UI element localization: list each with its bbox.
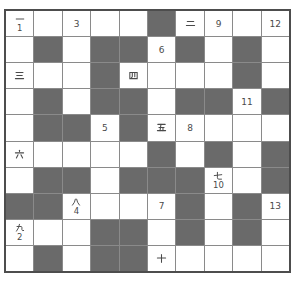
block-cell-r4-c10 bbox=[262, 89, 289, 114]
down-clue-number: 12 bbox=[270, 19, 281, 29]
cell-r4-c1[interactable] bbox=[6, 89, 33, 114]
chinese-numeral-四 bbox=[128, 70, 139, 81]
block-cell-r4-c2 bbox=[34, 89, 61, 114]
block-cell-r2-c9 bbox=[233, 37, 260, 62]
block-cell-r5-c5 bbox=[120, 115, 147, 140]
cell-r9-c8[interactable] bbox=[205, 220, 232, 245]
cell-r5-c1[interactable] bbox=[6, 115, 33, 140]
chinese-numeral-六 bbox=[14, 149, 25, 160]
block-cell-r2-c4 bbox=[91, 37, 118, 62]
down-clue-number: 11 bbox=[241, 97, 252, 107]
cell-r6-c3[interactable] bbox=[63, 142, 90, 167]
puzzle-page: 13912611581047132 bbox=[0, 0, 300, 283]
down-clue-number: 7 bbox=[159, 201, 165, 211]
cell-r7-c1[interactable] bbox=[6, 168, 33, 193]
chinese-numeral-五 bbox=[156, 122, 167, 133]
cell-r2-c1[interactable] bbox=[6, 37, 33, 62]
block-cell-r6-c6 bbox=[148, 142, 175, 167]
down-clue-number: 5 bbox=[102, 123, 108, 133]
cell-r1-c9[interactable] bbox=[233, 11, 260, 36]
block-cell-r9-c9 bbox=[233, 220, 260, 245]
cell-r2-c8[interactable] bbox=[205, 37, 232, 62]
cell-r6-c1[interactable] bbox=[6, 142, 33, 167]
cell-r2-c10[interactable] bbox=[262, 37, 289, 62]
block-cell-r4-c4 bbox=[91, 89, 118, 114]
cell-r3-c1[interactable] bbox=[6, 63, 33, 88]
block-cell-r8-c9 bbox=[233, 194, 260, 219]
cell-r5-c7[interactable]: 8 bbox=[176, 115, 203, 140]
cell-r10-c1[interactable] bbox=[6, 246, 33, 271]
cell-r3-c10[interactable] bbox=[262, 63, 289, 88]
cell-r9-c6[interactable] bbox=[148, 220, 175, 245]
cell-r4-c6[interactable] bbox=[148, 89, 175, 114]
cell-r7-c8[interactable]: 10 bbox=[205, 168, 232, 193]
cell-r1-c5[interactable] bbox=[120, 11, 147, 36]
down-clue-number: 10 bbox=[213, 181, 224, 190]
cell-r3-c8[interactable] bbox=[205, 63, 232, 88]
down-clue-number: 6 bbox=[159, 45, 165, 55]
cell-r5-c10[interactable] bbox=[262, 115, 289, 140]
cell-r5-c6[interactable] bbox=[148, 115, 175, 140]
cell-r1-c7[interactable] bbox=[176, 11, 203, 36]
block-cell-r7-c6 bbox=[148, 168, 175, 193]
cell-r6-c4[interactable] bbox=[91, 142, 118, 167]
down-clue-number: 8 bbox=[187, 123, 193, 133]
cell-r3-c2[interactable] bbox=[34, 63, 61, 88]
cell-r10-c3[interactable] bbox=[63, 246, 90, 271]
block-cell-r6-c8 bbox=[205, 142, 232, 167]
block-cell-r10-c2 bbox=[34, 246, 61, 271]
down-clue-number: 9 bbox=[216, 19, 222, 29]
cell-r8-c8[interactable] bbox=[205, 194, 232, 219]
cell-r9-c10[interactable] bbox=[262, 220, 289, 245]
down-clue-number: 13 bbox=[270, 201, 281, 211]
block-cell-r4-c8 bbox=[205, 89, 232, 114]
cell-r2-c3[interactable] bbox=[63, 37, 90, 62]
block-cell-r3-c4 bbox=[91, 63, 118, 88]
block-cell-r4-c7 bbox=[176, 89, 203, 114]
cell-r10-c10[interactable] bbox=[262, 246, 289, 271]
crossword-board: 13912611581047132 bbox=[4, 9, 291, 273]
block-cell-r2-c7 bbox=[176, 37, 203, 62]
block-cell-r7-c7 bbox=[176, 168, 203, 193]
cell-r9-c1[interactable]: 2 bbox=[6, 220, 33, 245]
cell-r6-c5[interactable] bbox=[120, 142, 147, 167]
cell-r6-c9[interactable] bbox=[233, 142, 260, 167]
block-cell-r2-c2 bbox=[34, 37, 61, 62]
cell-r4-c3[interactable] bbox=[63, 89, 90, 114]
cell-r8-c3[interactable]: 4 bbox=[63, 194, 90, 219]
cell-r1-c4[interactable] bbox=[91, 11, 118, 36]
block-cell-r7-c2 bbox=[34, 168, 61, 193]
cell-r3-c5[interactable] bbox=[120, 63, 147, 88]
cell-r4-c9[interactable]: 11 bbox=[233, 89, 260, 114]
block-cell-r10-c5 bbox=[120, 246, 147, 271]
cell-r1-c10[interactable]: 12 bbox=[262, 11, 289, 36]
down-clue-number: 3 bbox=[74, 19, 80, 29]
cell-r1-c3[interactable]: 3 bbox=[63, 11, 90, 36]
cell-r5-c9[interactable] bbox=[233, 115, 260, 140]
cell-r9-c2[interactable] bbox=[34, 220, 61, 245]
block-cell-r7-c10 bbox=[262, 168, 289, 193]
block-cell-r8-c2 bbox=[34, 194, 61, 219]
cell-r7-c4[interactable] bbox=[91, 168, 118, 193]
block-cell-r10-c4 bbox=[91, 246, 118, 271]
block-cell-r5-c3 bbox=[63, 115, 90, 140]
cell-r3-c6[interactable] bbox=[148, 63, 175, 88]
cell-r5-c8[interactable] bbox=[205, 115, 232, 140]
cell-r8-c4[interactable] bbox=[91, 194, 118, 219]
block-cell-r2-c5 bbox=[120, 37, 147, 62]
cell-r9-c3[interactable] bbox=[63, 220, 90, 245]
block-cell-r9-c4 bbox=[91, 220, 118, 245]
cell-r10-c8[interactable] bbox=[205, 246, 232, 271]
block-cell-r9-c5 bbox=[120, 220, 147, 245]
block-cell-r8-c1 bbox=[6, 194, 33, 219]
block-cell-r6-c10 bbox=[262, 142, 289, 167]
cell-r10-c6[interactable] bbox=[148, 246, 175, 271]
cell-r8-c6[interactable]: 7 bbox=[148, 194, 175, 219]
block-cell-r8-c7 bbox=[176, 194, 203, 219]
chinese-numeral-三 bbox=[14, 70, 25, 81]
cell-r8-c10[interactable]: 13 bbox=[262, 194, 289, 219]
cell-r8-c5[interactable] bbox=[120, 194, 147, 219]
cell-r5-c4[interactable]: 5 bbox=[91, 115, 118, 140]
cell-r7-c9[interactable] bbox=[233, 168, 260, 193]
cell-r10-c9[interactable] bbox=[233, 246, 260, 271]
cell-r1-c1[interactable]: 1 bbox=[6, 11, 33, 36]
cell-r1-c8[interactable]: 9 bbox=[205, 11, 232, 36]
cell-r3-c7[interactable] bbox=[176, 63, 203, 88]
down-clue-number: 2 bbox=[17, 233, 22, 242]
block-cell-r9-c7 bbox=[176, 220, 203, 245]
block-cell-r4-c5 bbox=[120, 89, 147, 114]
block-cell-r7-c3 bbox=[63, 168, 90, 193]
block-cell-r7-c5 bbox=[120, 168, 147, 193]
cell-r6-c2[interactable] bbox=[34, 142, 61, 167]
cell-r1-c2[interactable] bbox=[34, 11, 61, 36]
cell-r6-c7[interactable] bbox=[176, 142, 203, 167]
chinese-numeral-十 bbox=[156, 253, 167, 264]
block-cell-r5-c2 bbox=[34, 115, 61, 140]
block-cell-r3-c9 bbox=[233, 63, 260, 88]
cell-r10-c7[interactable] bbox=[176, 246, 203, 271]
cell-r2-c6[interactable]: 6 bbox=[148, 37, 175, 62]
down-clue-number: 1 bbox=[17, 24, 22, 33]
chinese-numeral-二 bbox=[185, 18, 196, 29]
block-cell-r1-c6 bbox=[148, 11, 175, 36]
down-clue-number: 4 bbox=[74, 207, 79, 216]
cell-r3-c3[interactable] bbox=[63, 63, 90, 88]
